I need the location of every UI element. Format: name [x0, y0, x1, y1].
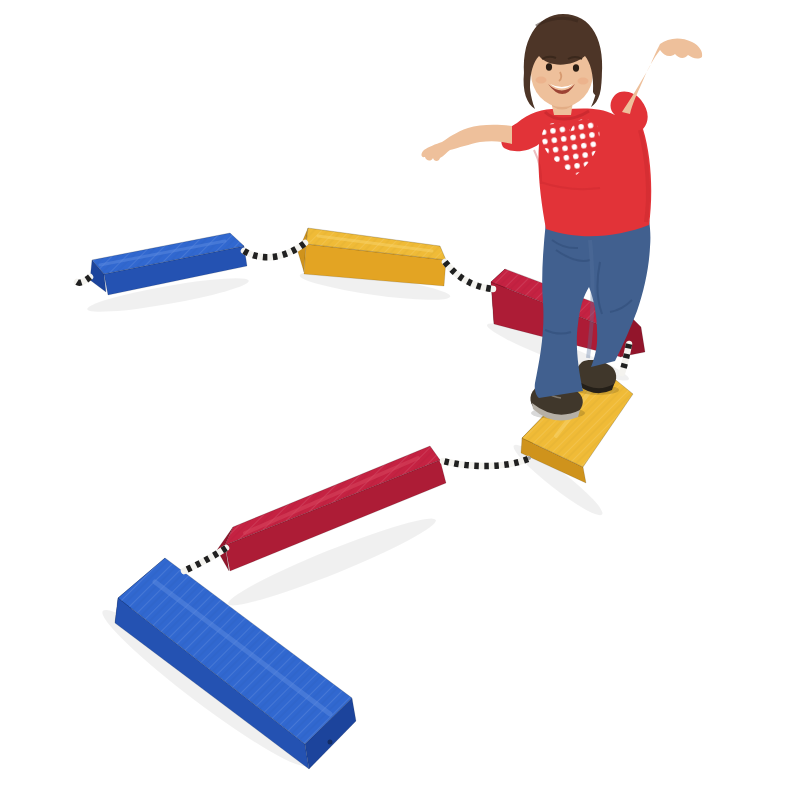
- product-photo: A smiling child with brown bobbed hair, …: [0, 0, 800, 800]
- right-cheek-blush: [536, 77, 547, 84]
- left-eye: [573, 64, 579, 71]
- rope-1-twist: [244, 243, 305, 257]
- rope-4-twist: [443, 459, 528, 466]
- right-eye: [546, 63, 552, 70]
- beam-blue-near-rope-hole: [328, 740, 333, 745]
- right-arm: [421, 125, 512, 161]
- child-balancing: [421, 14, 702, 421]
- beam-yellow-near-rope-hole: [527, 456, 531, 460]
- left-cheek-blush: [578, 78, 589, 85]
- scene-svg: [0, 0, 800, 800]
